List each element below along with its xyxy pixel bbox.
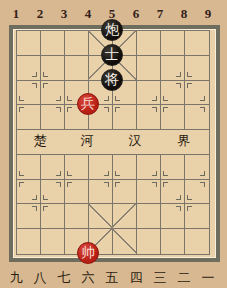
file-label-bottom-4: 六 xyxy=(82,271,95,284)
marker-corner xyxy=(163,182,168,187)
file-label-top-2: 2 xyxy=(37,7,44,20)
marker-corner xyxy=(152,171,157,176)
marker-corner xyxy=(32,72,37,77)
marker-corner xyxy=(163,171,168,176)
marker-corner xyxy=(43,83,48,88)
marker-corner xyxy=(187,83,192,88)
marker-corner xyxy=(152,96,157,101)
xiangqi-diagram: 123456789 楚河汉界 炮士将兵帅 九八七六五四三二一 xyxy=(0,0,227,288)
file-label-top-9: 9 xyxy=(205,7,212,20)
marker-corner xyxy=(19,171,24,176)
board-cell xyxy=(137,31,161,56)
black-general-piece[interactable]: 将 xyxy=(101,69,123,91)
marker-corner xyxy=(19,182,24,187)
file-label-bottom-6: 四 xyxy=(130,271,143,284)
board-cell xyxy=(161,229,185,254)
black-advisor-piece[interactable]: 士 xyxy=(101,44,123,66)
marker-corner xyxy=(32,206,37,211)
file-label-top-1: 1 xyxy=(13,7,20,20)
marker-corner xyxy=(163,96,168,101)
marker-corner xyxy=(19,96,24,101)
marker-corner xyxy=(200,107,205,112)
marker-corner xyxy=(56,182,61,187)
board-cell xyxy=(137,56,161,81)
file-label-top-3: 3 xyxy=(61,7,68,20)
marker-corner xyxy=(67,182,72,187)
red-soldier-piece[interactable]: 兵 xyxy=(77,93,99,115)
marker-corner xyxy=(104,96,109,101)
board-cell xyxy=(185,229,209,254)
point-marker xyxy=(152,96,168,112)
file-label-bottom-8: 二 xyxy=(178,271,191,284)
marker-corner xyxy=(176,72,181,77)
board-cell xyxy=(17,31,41,56)
board-cell xyxy=(65,31,89,56)
marker-corner xyxy=(176,195,181,200)
marker-corner xyxy=(32,83,37,88)
file-label-top-6: 6 xyxy=(133,7,140,20)
board-cell xyxy=(65,204,89,229)
point-marker xyxy=(176,195,192,211)
point-marker xyxy=(32,195,48,211)
marker-corner xyxy=(104,182,109,187)
marker-corner xyxy=(43,195,48,200)
river-char-2: 河 xyxy=(81,134,94,147)
point-marker xyxy=(8,96,24,112)
river-char-1: 楚 xyxy=(34,134,47,147)
file-label-bottom-1: 九 xyxy=(10,271,23,284)
board-cell xyxy=(17,229,41,254)
marker-corner xyxy=(187,195,192,200)
marker-corner xyxy=(104,171,109,176)
marker-corner xyxy=(187,206,192,211)
file-label-bottom-5: 五 xyxy=(106,271,119,284)
board-cell xyxy=(137,229,161,254)
marker-corner xyxy=(115,171,120,176)
river-char-4: 界 xyxy=(178,134,191,147)
marker-corner xyxy=(32,195,37,200)
marker-corner xyxy=(163,107,168,112)
marker-corner xyxy=(67,107,72,112)
board-cell xyxy=(41,229,65,254)
file-label-bottom-9: 一 xyxy=(202,271,215,284)
board-cell xyxy=(185,31,209,56)
river-char-3: 汉 xyxy=(129,134,142,147)
marker-corner xyxy=(200,171,205,176)
marker-corner xyxy=(67,96,72,101)
marker-corner xyxy=(187,72,192,77)
point-marker xyxy=(56,171,72,187)
marker-corner xyxy=(67,171,72,176)
point-marker xyxy=(56,96,72,112)
marker-corner xyxy=(115,107,120,112)
marker-corner xyxy=(115,96,120,101)
point-marker xyxy=(200,96,216,112)
board-cell xyxy=(137,204,161,229)
point-marker xyxy=(104,96,120,112)
marker-corner xyxy=(200,182,205,187)
file-label-bottom-2: 八 xyxy=(34,271,47,284)
marker-corner xyxy=(200,96,205,101)
marker-corner xyxy=(152,107,157,112)
board-cell xyxy=(161,31,185,56)
point-marker xyxy=(8,171,24,187)
file-label-bottom-3: 七 xyxy=(58,271,71,284)
file-label-top-4: 4 xyxy=(85,7,92,20)
marker-corner xyxy=(104,107,109,112)
marker-corner xyxy=(43,72,48,77)
file-label-top-5: 5 xyxy=(109,7,116,20)
point-marker xyxy=(32,72,48,88)
file-label-top-7: 7 xyxy=(157,7,164,20)
file-label-bottom-7: 三 xyxy=(154,271,167,284)
marker-corner xyxy=(19,107,24,112)
marker-corner xyxy=(56,171,61,176)
marker-corner xyxy=(56,107,61,112)
point-marker xyxy=(104,171,120,187)
point-marker xyxy=(152,171,168,187)
point-marker xyxy=(200,171,216,187)
marker-corner xyxy=(152,182,157,187)
board-cell xyxy=(41,31,65,56)
red-general-piece[interactable]: 帅 xyxy=(77,242,99,264)
marker-corner xyxy=(176,83,181,88)
marker-corner xyxy=(176,206,181,211)
marker-corner xyxy=(115,182,120,187)
marker-corner xyxy=(43,206,48,211)
point-marker xyxy=(176,72,192,88)
black-cannon-piece[interactable]: 炮 xyxy=(101,19,123,41)
marker-corner xyxy=(56,96,61,101)
file-label-top-8: 8 xyxy=(181,7,188,20)
board-cell xyxy=(65,56,89,81)
